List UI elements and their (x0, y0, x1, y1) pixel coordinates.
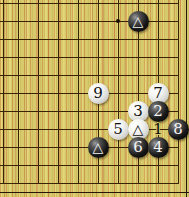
grid-line-horizontal (0, 39, 179, 40)
triangle-marker-icon: △ (93, 139, 104, 155)
grid-line-vertical (38, 0, 39, 183)
grid-line-vertical (58, 0, 59, 183)
star-point (116, 19, 120, 23)
stone-move-number: 7 (153, 84, 163, 102)
grid-line-vertical (178, 0, 179, 183)
black-stone[interactable]: 8 (168, 119, 189, 140)
stone-move-number: 5 (113, 120, 123, 138)
black-stone[interactable]: 4 (148, 137, 169, 158)
grid-line-horizontal (0, 165, 179, 166)
grid-line-horizontal (0, 21, 179, 22)
black-stone[interactable]: △ (88, 137, 109, 158)
stone-move-number: 2 (153, 102, 163, 120)
go-board[interactable]: △97325△18△64 (0, 0, 189, 197)
grid-line-vertical (118, 0, 119, 183)
black-stone[interactable]: 6 (128, 137, 149, 158)
grid-line-horizontal (0, 75, 179, 76)
grid-line-vertical (18, 0, 19, 183)
black-stone[interactable]: △ (128, 11, 149, 32)
stone-move-number: 4 (153, 138, 163, 156)
stone-move-number: 6 (133, 138, 143, 156)
grid-line-horizontal (0, 183, 179, 184)
board-outer-edge-right (186, 0, 187, 197)
grid-line-horizontal (0, 57, 179, 58)
grid-line-vertical (3, 0, 4, 183)
triangle-marker-icon: △ (133, 13, 144, 29)
stone-move-number: 9 (93, 84, 103, 102)
board-outer-edge-bottom (0, 192, 189, 193)
grid-line-horizontal (0, 3, 179, 4)
grid-line-vertical (78, 0, 79, 183)
stone-move-number: 8 (173, 120, 183, 138)
white-stone[interactable]: 5 (108, 119, 129, 140)
triangle-marker-icon: △ (133, 121, 144, 137)
white-stone[interactable]: 9 (88, 83, 109, 104)
stone-move-number: 3 (133, 102, 143, 120)
